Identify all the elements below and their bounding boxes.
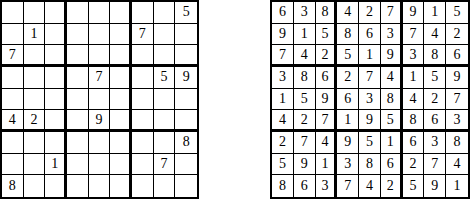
puzzle-grid-cell-r1c8[interactable] <box>154 2 176 24</box>
puzzle-grid-cell-r8c7[interactable] <box>132 154 154 176</box>
solution-grid-cell-r4c6: 4 <box>381 67 403 89</box>
solution-grid-cell-r1c6: 7 <box>381 2 403 24</box>
puzzle-grid-cell-r4c3[interactable] <box>45 67 67 89</box>
solution-grid-cell-r1c2: 3 <box>294 2 316 24</box>
solution-grid-cell-r7c1: 2 <box>272 132 294 154</box>
solution-grid-cell-r3c9: 6 <box>446 45 468 67</box>
puzzle-grid-cell-r4c2[interactable] <box>24 67 46 89</box>
puzzle-grid-cell-r6c3[interactable] <box>45 110 67 132</box>
solution-grid-cell-r7c9: 8 <box>446 132 468 154</box>
puzzle-grid-cell-r4c6[interactable] <box>110 67 132 89</box>
puzzle-grid-cell-r3c2[interactable] <box>24 45 46 67</box>
puzzle-grid-cell-r9c7[interactable] <box>132 175 154 197</box>
solution-grid-cell-r8c7: 2 <box>403 154 425 176</box>
solution-grid-cell-r4c3: 6 <box>316 67 338 89</box>
puzzle-grid-cell-r9c9[interactable] <box>175 175 197 197</box>
solution-grid-cell-r6c8: 6 <box>424 110 446 132</box>
solution-grid-cell-r3c6: 9 <box>381 45 403 67</box>
solution-grid-cell-r3c8: 8 <box>424 45 446 67</box>
solution-grid-cell-r2c8: 4 <box>424 24 446 46</box>
puzzle-grid-cell-r5c2[interactable] <box>24 89 46 111</box>
solution-grid-cell-r9c1: 8 <box>272 175 294 197</box>
solution-grid-cell-r9c7: 5 <box>403 175 425 197</box>
solution-grid-cell-r2c5: 6 <box>359 24 381 46</box>
solution-grid-cell-r1c4: 4 <box>337 2 359 24</box>
puzzle-grid-cell-r3c8[interactable] <box>154 45 176 67</box>
puzzle-grid-cell-r2c7[interactable]: 7 <box>132 24 154 46</box>
solution-grid-cell-r5c7: 4 <box>403 89 425 111</box>
puzzle-grid-cell-r4c4[interactable] <box>67 67 89 89</box>
puzzle-grid-cell-r9c2[interactable] <box>24 175 46 197</box>
solution-grid-cell-r7c4: 9 <box>337 132 359 154</box>
solution-grid-cell-r6c2: 2 <box>294 110 316 132</box>
solution-grid-cell-r6c7: 8 <box>403 110 425 132</box>
puzzle-grid-cell-r3c3[interactable] <box>45 45 67 67</box>
solution-grid-cell-r2c3: 5 <box>316 24 338 46</box>
puzzle-grid-cell-r5c3[interactable] <box>45 89 67 111</box>
puzzle-grid-cell-r8c8[interactable]: 7 <box>154 154 176 176</box>
puzzle-grid-cell-r2c6[interactable] <box>110 24 132 46</box>
puzzle-grid-cell-r8c5[interactable] <box>89 154 111 176</box>
solution-grid-cell-r5c4: 6 <box>337 89 359 111</box>
solution-grid-cell-r3c4: 5 <box>337 45 359 67</box>
solution-grid-cell-r7c8: 3 <box>424 132 446 154</box>
puzzle-grid-cell-r1c4[interactable] <box>67 2 89 24</box>
solution-grid-cell-r2c1: 9 <box>272 24 294 46</box>
puzzle-grid-cell-r7c6[interactable] <box>110 132 132 154</box>
puzzle-grid-cell-r1c9[interactable]: 5 <box>175 2 197 24</box>
solution-grid-cell-r3c2: 4 <box>294 45 316 67</box>
solution-grid-cell-r1c5: 2 <box>359 2 381 24</box>
solution-grid-cell-r5c8: 2 <box>424 89 446 111</box>
solution-grid-cell-r8c9: 4 <box>446 154 468 176</box>
puzzle-grid-cell-r2c1[interactable] <box>2 24 24 46</box>
puzzle-grid-cell-r8c1[interactable] <box>2 154 24 176</box>
solution-grid-cell-r4c4: 2 <box>337 67 359 89</box>
solution-grid-cell-r3c5: 1 <box>359 45 381 67</box>
puzzle-grid-cell-r1c7[interactable] <box>132 2 154 24</box>
solution-grid-cell-r5c2: 5 <box>294 89 316 111</box>
solution-grid-cell-r6c9: 3 <box>446 110 468 132</box>
solution-grid-cell-r8c4: 3 <box>337 154 359 176</box>
solution-grid-cell-r3c3: 2 <box>316 45 338 67</box>
puzzle-grid-cell-r1c3[interactable] <box>45 2 67 24</box>
puzzle-grid-cell-r6c7[interactable] <box>132 110 154 132</box>
solution-grid-cell-r1c7: 9 <box>403 2 425 24</box>
puzzle-grid-cell-r4c7[interactable] <box>132 67 154 89</box>
puzzle-grid-cell-r6c9[interactable] <box>175 110 197 132</box>
puzzle-grid-cell-r7c1[interactable] <box>2 132 24 154</box>
solution-grid-cell-r2c9: 2 <box>446 24 468 46</box>
solution-grid-cell-r6c3: 7 <box>316 110 338 132</box>
solution-grid: 6384279159158637427425193863862741591596… <box>270 0 470 199</box>
puzzle-grid-cell-r8c3[interactable]: 1 <box>45 154 67 176</box>
puzzle-grid-cell-r2c2[interactable]: 1 <box>24 24 46 46</box>
solution-grid-cell-r4c9: 9 <box>446 67 468 89</box>
solution-grid-cell-r8c5: 8 <box>359 154 381 176</box>
puzzle-grid-cell-r5c6[interactable] <box>110 89 132 111</box>
solution-grid-cell-r4c5: 7 <box>359 67 381 89</box>
puzzle-grid-cell-r5c7[interactable] <box>132 89 154 111</box>
puzzle-grid-cell-r2c4[interactable] <box>67 24 89 46</box>
solution-grid-cell-r1c3: 8 <box>316 2 338 24</box>
puzzle-grid-cell-r5c8[interactable] <box>154 89 176 111</box>
solution-grid-cell-r7c6: 1 <box>381 132 403 154</box>
puzzle-grid-cell-r7c7[interactable] <box>132 132 154 154</box>
puzzle-grid-cell-r3c5[interactable] <box>89 45 111 67</box>
puzzle-grid-cell-r9c4[interactable] <box>67 175 89 197</box>
puzzle-grid-cell-r3c9[interactable] <box>175 45 197 67</box>
solution-grid-cell-r8c3: 1 <box>316 154 338 176</box>
puzzle-grid-cell-r4c5[interactable]: 7 <box>89 67 111 89</box>
solution-grid-cell-r2c4: 8 <box>337 24 359 46</box>
puzzle-grid-cell-r8c4[interactable] <box>67 154 89 176</box>
puzzle-grid-cell-r2c3[interactable] <box>45 24 67 46</box>
puzzle-grid-cell-r1c2[interactable] <box>24 2 46 24</box>
puzzle-grid-cell-r8c9[interactable] <box>175 154 197 176</box>
solution-grid-cell-r6c1: 4 <box>272 110 294 132</box>
puzzle-grid-cell-r4c1[interactable] <box>2 67 24 89</box>
solution-grid-cell-r2c2: 1 <box>294 24 316 46</box>
solution-grid-cell-r9c8: 9 <box>424 175 446 197</box>
puzzle-grid-cell-r9c3[interactable] <box>45 175 67 197</box>
solution-grid-cell-r9c2: 6 <box>294 175 316 197</box>
puzzle-grid-cell-r8c2[interactable] <box>24 154 46 176</box>
puzzle-grid-cell-r7c5[interactable] <box>89 132 111 154</box>
solution-grid-cell-r2c7: 7 <box>403 24 425 46</box>
puzzle-grid-cell-r1c1[interactable] <box>2 2 24 24</box>
puzzle-grid-cell-r5c4[interactable] <box>67 89 89 111</box>
solution-grid-cell-r7c5: 5 <box>359 132 381 154</box>
solution-grid-cell-r9c9: 1 <box>446 175 468 197</box>
puzzle-grid-cell-r2c9[interactable] <box>175 24 197 46</box>
puzzle-grid-cell-r9c6[interactable] <box>110 175 132 197</box>
solution-grid-cell-r8c8: 7 <box>424 154 446 176</box>
puzzle-grid-cell-r7c8[interactable] <box>154 132 176 154</box>
solution-grid-cell-r4c8: 5 <box>424 67 446 89</box>
puzzle-grid-cell-r7c2[interactable] <box>24 132 46 154</box>
solution-grid-cell-r1c8: 1 <box>424 2 446 24</box>
puzzle-grid-cell-r1c6[interactable] <box>110 2 132 24</box>
puzzle-grid-cell-r7c3[interactable] <box>45 132 67 154</box>
solution-grid-cell-r9c5: 4 <box>359 175 381 197</box>
solution-grid-cell-r5c1: 1 <box>272 89 294 111</box>
solution-grid-cell-r5c5: 3 <box>359 89 381 111</box>
puzzle-grid-cell-r8c6[interactable] <box>110 154 132 176</box>
solution-grid-cell-r4c7: 1 <box>403 67 425 89</box>
solution-grid-cell-r3c1: 7 <box>272 45 294 67</box>
solution-grid-cell-r6c5: 9 <box>359 110 381 132</box>
solution-grid-cell-r6c6: 5 <box>381 110 403 132</box>
solution-grid-cell-r9c6: 2 <box>381 175 403 197</box>
puzzle-grid-cell-r4c8[interactable]: 5 <box>154 67 176 89</box>
solution-grid-cell-r6c4: 1 <box>337 110 359 132</box>
puzzle-grid-cell-r7c4[interactable] <box>67 132 89 154</box>
solution-grid-cell-r4c2: 8 <box>294 67 316 89</box>
solution-grid-cell-r3c7: 3 <box>403 45 425 67</box>
puzzle-grid-cell-r9c8[interactable] <box>154 175 176 197</box>
solution-grid-cell-r2c6: 3 <box>381 24 403 46</box>
puzzle-grid-cell-r3c1[interactable]: 7 <box>2 45 24 67</box>
solution-grid-cell-r5c3: 9 <box>316 89 338 111</box>
puzzle-grid-cell-r7c9[interactable]: 8 <box>175 132 197 154</box>
solution-grid-cell-r7c2: 7 <box>294 132 316 154</box>
solution-grid-cell-r8c1: 5 <box>272 154 294 176</box>
sudoku-page: 51777594298178 6384279159158637427425193… <box>0 0 470 199</box>
puzzle-grid-cell-r5c5[interactable] <box>89 89 111 111</box>
puzzle-grid-cell-r6c1[interactable]: 4 <box>2 110 24 132</box>
puzzle-grid-cell-r6c4[interactable] <box>67 110 89 132</box>
solution-grid-cell-r7c7: 6 <box>403 132 425 154</box>
puzzle-grid-cell-r5c1[interactable] <box>2 89 24 111</box>
puzzle-grid-cell-r1c5[interactable] <box>89 2 111 24</box>
puzzle-grid-cell-r2c8[interactable] <box>154 24 176 46</box>
puzzle-grid-cell-r6c6[interactable] <box>110 110 132 132</box>
solution-grid-cell-r1c1: 6 <box>272 2 294 24</box>
solution-grid-cell-r9c3: 3 <box>316 175 338 197</box>
puzzle-grid-cell-r6c8[interactable] <box>154 110 176 132</box>
puzzle-grid-cell-r2c5[interactable] <box>89 24 111 46</box>
solution-grid-cell-r4c1: 3 <box>272 67 294 89</box>
puzzle-grid-cell-r3c6[interactable] <box>110 45 132 67</box>
puzzle-grid-cell-r6c2[interactable]: 2 <box>24 110 46 132</box>
puzzle-grid-cell-r9c5[interactable] <box>89 175 111 197</box>
solution-grid-cell-r9c4: 7 <box>337 175 359 197</box>
puzzle-grid-cell-r6c5[interactable]: 9 <box>89 110 111 132</box>
puzzle-grid-cell-r4c9[interactable]: 9 <box>175 67 197 89</box>
solution-grid-cell-r8c2: 9 <box>294 154 316 176</box>
solution-grid-cell-r8c6: 6 <box>381 154 403 176</box>
solution-grid-cell-r1c9: 5 <box>446 2 468 24</box>
puzzle-grid: 51777594298178 <box>0 0 199 199</box>
solution-grid-cell-r7c3: 4 <box>316 132 338 154</box>
puzzle-grid-cell-r5c9[interactable] <box>175 89 197 111</box>
puzzle-grid-cell-r3c4[interactable] <box>67 45 89 67</box>
solution-grid-cell-r5c9: 7 <box>446 89 468 111</box>
puzzle-grid-cell-r3c7[interactable] <box>132 45 154 67</box>
solution-grid-cell-r5c6: 8 <box>381 89 403 111</box>
puzzle-grid-cell-r9c1[interactable]: 8 <box>2 175 24 197</box>
